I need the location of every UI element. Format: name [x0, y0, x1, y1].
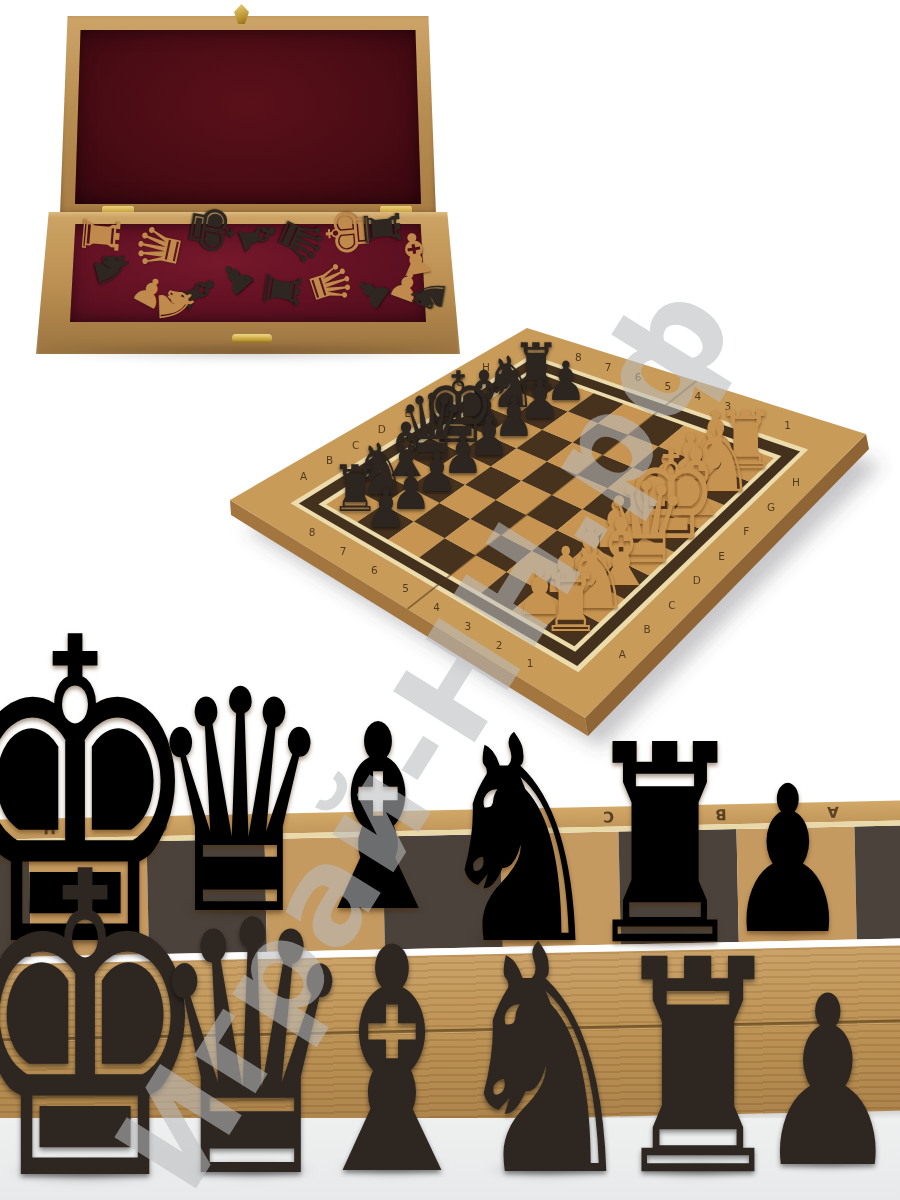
lineup-dark-pawn: ♟	[756, 965, 899, 1200]
piece-lineup: ♚♛♝♞♜♟♚♛♝♞♜♟	[0, 0, 900, 1200]
product-photo: ♜♛♚♝♛♚♜♝♞♟♝♟♞♜♛♟♟♞ AABBCCDDEEFFGGHH11223…	[0, 0, 900, 1200]
